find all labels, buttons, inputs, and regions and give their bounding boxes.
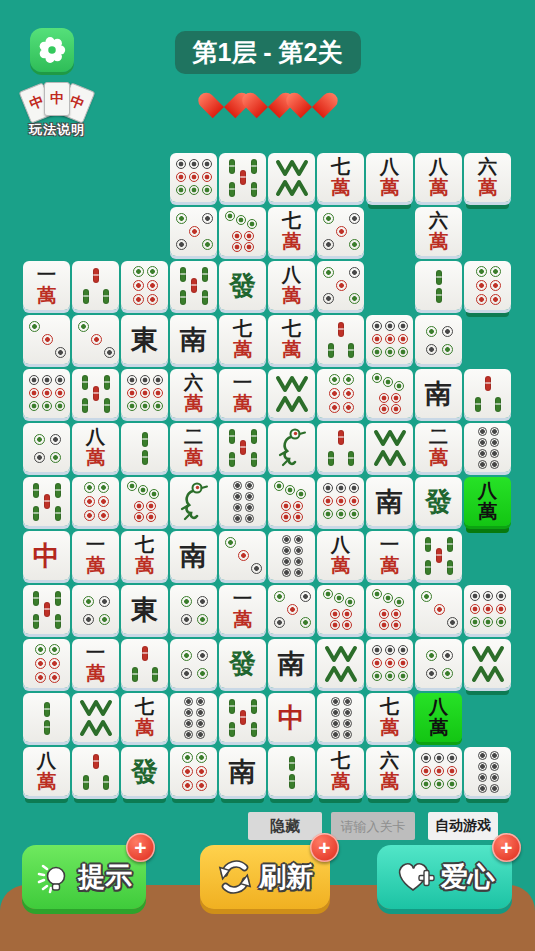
tile-7d[interactable] xyxy=(366,585,413,634)
tile-3d[interactable] xyxy=(23,315,70,364)
dot-pip xyxy=(426,668,437,679)
dot-pip xyxy=(42,375,52,385)
board-cell: 六萬 xyxy=(463,152,512,206)
tile-6w[interactable]: 六萬 xyxy=(464,153,511,202)
tile-7d[interactable] xyxy=(219,207,266,256)
board-cell: 發 xyxy=(218,638,267,692)
dot-pip xyxy=(342,620,352,630)
wan-number: 一 xyxy=(380,535,399,555)
dot-pip xyxy=(98,510,109,521)
tile-7d[interactable] xyxy=(366,369,413,418)
tile-7w[interactable]: 七萬 xyxy=(317,153,364,202)
board-cell: 南 xyxy=(365,476,414,530)
board-cell xyxy=(365,584,414,638)
dot-pip xyxy=(197,614,208,625)
tile-S[interactable]: 南 xyxy=(415,369,462,418)
tile-3b[interactable] xyxy=(72,261,119,310)
board-cell: 東 xyxy=(120,584,169,638)
bamboo-stick xyxy=(251,699,257,714)
dot-pip xyxy=(42,334,53,345)
dot-pip xyxy=(447,617,458,628)
board-cell: 六萬 xyxy=(414,206,463,260)
dot-pip xyxy=(84,496,95,507)
add-refresh-badge[interactable]: + xyxy=(310,833,339,862)
tile-8d[interactable] xyxy=(464,423,511,472)
tile-S[interactable]: 南 xyxy=(219,747,266,796)
dot-pip xyxy=(391,393,401,403)
bamboo-stick xyxy=(436,270,442,285)
dot-pip xyxy=(189,226,200,237)
tile-7w[interactable]: 七萬 xyxy=(121,531,168,580)
tile-8b[interactable] xyxy=(72,693,119,742)
wan-character: 萬 xyxy=(233,339,252,360)
refresh-button[interactable]: 刷新 + xyxy=(200,845,330,909)
dot-pip xyxy=(342,609,352,619)
tile-9d[interactable] xyxy=(415,747,462,796)
tile-4d[interactable] xyxy=(415,315,462,364)
tile-4d[interactable] xyxy=(23,423,70,472)
tile-8b[interactable] xyxy=(268,153,315,202)
life-heart-icon xyxy=(209,82,239,109)
wan-character: 萬 xyxy=(184,447,203,468)
board-cell: 二萬 xyxy=(169,422,218,476)
tile-8w[interactable]: 八萬 xyxy=(23,747,70,796)
tile-6w[interactable]: 六萬 xyxy=(415,207,462,256)
board-cell: 七萬 xyxy=(316,746,365,800)
bamboo-stick xyxy=(229,722,235,737)
dot-pip xyxy=(496,604,506,614)
dot-pip xyxy=(153,401,163,411)
tile-S[interactable]: 南 xyxy=(366,477,413,526)
board-cell xyxy=(22,314,71,368)
dot-pip xyxy=(133,294,144,305)
bamboo-stick xyxy=(33,483,39,498)
wan-character: 萬 xyxy=(282,285,301,306)
heart-plus-icon xyxy=(395,860,435,894)
board-cell: 八萬 xyxy=(267,260,316,314)
empty-cell xyxy=(365,260,414,314)
tile-8d[interactable] xyxy=(317,693,364,742)
tile-5b[interactable] xyxy=(170,261,217,310)
dot-pip xyxy=(385,321,395,331)
tile-2b[interactable] xyxy=(121,423,168,472)
honor-character: 南 xyxy=(229,754,256,790)
tile-8w[interactable]: 八萬 xyxy=(268,261,315,310)
bamboo-stick xyxy=(289,774,295,789)
tile-6d[interactable] xyxy=(317,369,364,418)
bamboo-stick xyxy=(142,646,148,661)
dot-pip xyxy=(329,402,340,413)
tile-6w[interactable]: 六萬 xyxy=(170,369,217,418)
tile-9d[interactable] xyxy=(464,585,511,634)
tile-5d[interactable] xyxy=(317,207,364,256)
dot-pip xyxy=(483,604,493,614)
dot-pip xyxy=(83,596,94,607)
tile-3b[interactable] xyxy=(317,315,364,364)
tile-S[interactable]: 南 xyxy=(170,315,217,364)
tile-8w[interactable]: 八萬 xyxy=(72,423,119,472)
tile-E[interactable]: 東 xyxy=(121,315,168,364)
wan-number: 七 xyxy=(331,157,350,177)
tile-5b[interactable] xyxy=(23,477,70,526)
bamboo-stick xyxy=(436,548,442,563)
dot-pip xyxy=(184,730,193,739)
dot-pip xyxy=(300,591,311,602)
dot-pip xyxy=(281,512,291,522)
board-cell xyxy=(169,584,218,638)
tile-5b[interactable] xyxy=(219,423,266,472)
dot-pip xyxy=(127,401,137,411)
tile-1w[interactable]: 一萬 xyxy=(219,585,266,634)
tile-5b[interactable] xyxy=(219,693,266,742)
tile-8b[interactable] xyxy=(268,369,315,418)
board-cell: 七萬 xyxy=(365,692,414,746)
tile-1w[interactable]: 一萬 xyxy=(366,531,413,580)
dot-pip xyxy=(383,377,393,387)
tile-C[interactable]: 中 xyxy=(268,693,315,742)
wan-number: 一 xyxy=(37,265,56,285)
tile-8w[interactable]: 八萬 xyxy=(317,531,364,580)
tile-2b[interactable] xyxy=(268,747,315,796)
bamboo-stick xyxy=(251,429,257,444)
dot-pip xyxy=(293,501,303,511)
dot-pip xyxy=(478,460,487,469)
how-to-play-button[interactable]: 中 中 中 玩法说明 xyxy=(12,86,102,139)
tile-9d[interactable] xyxy=(23,369,70,418)
auto-play-button[interactable]: 自动游戏 xyxy=(428,812,498,840)
tile-4d[interactable] xyxy=(415,639,462,688)
settings-button[interactable] xyxy=(30,28,74,72)
tile-6d[interactable] xyxy=(121,261,168,310)
board-cell xyxy=(218,530,267,584)
board-cell: 南 xyxy=(414,368,463,422)
tile-4d[interactable] xyxy=(170,585,217,634)
dot-pip xyxy=(476,280,487,291)
add-hint-badge[interactable]: + xyxy=(126,833,155,862)
tile-7w[interactable]: 七萬 xyxy=(366,693,413,742)
bamboo-stick xyxy=(229,182,235,197)
bamboo-stick xyxy=(55,614,61,629)
wan-character: 萬 xyxy=(478,501,497,522)
tile-3b[interactable] xyxy=(121,639,168,688)
tile-8w[interactable]: 八萬 xyxy=(415,153,462,202)
tile-7w[interactable]: 七萬 xyxy=(268,207,315,256)
wan-number: 八 xyxy=(331,535,350,555)
dot-pip xyxy=(372,321,382,331)
tile-5d[interactable] xyxy=(268,585,315,634)
dot-pip xyxy=(232,242,242,252)
tile-C[interactable]: 中 xyxy=(23,531,70,580)
wan-number: 一 xyxy=(86,535,105,555)
bamboo-stick xyxy=(328,451,334,466)
hint-button[interactable]: 提示 + xyxy=(22,845,146,909)
dot-pip xyxy=(189,185,199,195)
dot-pip xyxy=(55,347,66,358)
tile-5b[interactable] xyxy=(72,369,119,418)
board-cell xyxy=(169,638,218,692)
bamboo-stick xyxy=(104,398,110,413)
tile-4d[interactable] xyxy=(170,639,217,688)
tile-6d[interactable] xyxy=(23,639,70,688)
tile-2w[interactable]: 二萬 xyxy=(415,423,462,472)
tile-3d[interactable] xyxy=(219,531,266,580)
tile-2b[interactable] xyxy=(415,261,462,310)
dot-pip xyxy=(323,239,334,250)
bamboo-stick xyxy=(152,667,158,682)
tile-E[interactable]: 東 xyxy=(121,585,168,634)
bamboo-1-bird-icon xyxy=(176,481,212,523)
wan-number: 八 xyxy=(478,481,497,501)
wan-character: 萬 xyxy=(37,771,56,792)
wan-number: 二 xyxy=(184,427,203,447)
tile-3b[interactable] xyxy=(464,369,511,418)
dot-pip xyxy=(189,159,199,169)
dot-pip xyxy=(391,620,401,630)
board-cell xyxy=(22,476,71,530)
board-cell xyxy=(120,638,169,692)
tile-6w[interactable]: 六萬 xyxy=(366,747,413,796)
honor-character: 東 xyxy=(131,322,158,358)
bamboo-stick xyxy=(475,397,481,412)
dot-pip xyxy=(196,719,205,728)
tile-F[interactable]: 發 xyxy=(415,477,462,526)
dot-pip xyxy=(398,321,408,331)
wan-character: 萬 xyxy=(86,555,105,576)
board-cell: 發 xyxy=(414,476,463,530)
board-cell xyxy=(316,206,365,260)
tile-3d[interactable] xyxy=(72,315,119,364)
bamboo-stick xyxy=(229,159,235,174)
wan-character: 萬 xyxy=(380,177,399,198)
dot-pip xyxy=(196,766,207,777)
board-cell: 中 xyxy=(267,692,316,746)
tile-8d[interactable] xyxy=(464,747,511,796)
dot-pip xyxy=(98,482,109,493)
dot-pip xyxy=(274,617,285,628)
board-cell xyxy=(267,746,316,800)
dot-pip xyxy=(343,697,352,706)
board-cell xyxy=(365,368,414,422)
dot-pip xyxy=(184,708,193,717)
tile-9d[interactable] xyxy=(317,477,364,526)
tile-F[interactable]: 發 xyxy=(219,639,266,688)
board-cell xyxy=(267,530,316,584)
dot-pip xyxy=(42,388,52,398)
tile-1b[interactable] xyxy=(170,477,217,526)
tile-9d[interactable] xyxy=(366,315,413,364)
bamboo-8-icon xyxy=(273,373,311,415)
dot-pip xyxy=(176,213,187,224)
tile-6d[interactable] xyxy=(464,261,511,310)
dot-pip xyxy=(236,215,246,225)
wan-number: 八 xyxy=(380,157,399,177)
bamboo-stick xyxy=(338,322,344,337)
board-cell xyxy=(120,476,169,530)
tile-F[interactable]: 發 xyxy=(121,747,168,796)
dot-pip xyxy=(385,334,395,344)
dot-pip xyxy=(490,784,499,793)
dot-pip xyxy=(196,752,207,763)
tile-5d[interactable] xyxy=(317,261,364,310)
dot-pip xyxy=(294,557,303,566)
tile-8w[interactable]: 八萬 xyxy=(366,153,413,202)
tile-8w[interactable]: 八萬 xyxy=(415,693,462,742)
dot-pip xyxy=(490,460,499,469)
dot-pip xyxy=(99,596,110,607)
tile-2b[interactable] xyxy=(23,693,70,742)
tile-1w[interactable]: 一萬 xyxy=(72,639,119,688)
tile-3b[interactable] xyxy=(72,747,119,796)
tile-5b[interactable] xyxy=(415,531,462,580)
level-title: 第1层 - 第2关 xyxy=(174,31,360,74)
tile-8d[interactable] xyxy=(170,693,217,742)
tile-6d[interactable] xyxy=(72,477,119,526)
board-cell xyxy=(71,746,120,800)
dot-pip xyxy=(293,512,303,522)
tile-S[interactable]: 南 xyxy=(268,639,315,688)
board-cell xyxy=(22,692,71,746)
board-cell: 東 xyxy=(120,314,169,368)
dot-pip xyxy=(478,427,487,436)
tile-8d[interactable] xyxy=(268,531,315,580)
tile-1b[interactable] xyxy=(268,423,315,472)
dot-pip xyxy=(496,617,506,627)
dot-pip xyxy=(331,730,340,739)
tile-9d[interactable] xyxy=(366,639,413,688)
tile-7d[interactable] xyxy=(121,477,168,526)
tile-S[interactable]: 南 xyxy=(170,531,217,580)
board-cell xyxy=(414,584,463,638)
refresh-icon xyxy=(217,859,253,895)
tile-2w[interactable]: 二萬 xyxy=(170,423,217,472)
dot-pip xyxy=(287,604,298,615)
wan-number: 六 xyxy=(478,157,497,177)
wan-character: 萬 xyxy=(331,771,350,792)
honor-character: 南 xyxy=(278,646,305,682)
dot-pip xyxy=(398,658,408,668)
help-cards-icon: 中 中 中 xyxy=(12,86,102,120)
honor-character: 發 xyxy=(229,268,256,304)
dot-pip xyxy=(330,620,340,630)
tile-5b[interactable] xyxy=(219,153,266,202)
dot-pip xyxy=(323,589,333,599)
dot-pip xyxy=(182,766,193,777)
bamboo-8-icon xyxy=(77,697,115,739)
board-cell xyxy=(414,314,463,368)
tile-7w[interactable]: 七萬 xyxy=(219,315,266,364)
hide-button[interactable]: 隐藏 xyxy=(248,812,322,840)
level-input[interactable] xyxy=(331,812,415,840)
dot-pip xyxy=(434,753,444,763)
dot-pip xyxy=(470,591,480,601)
board-cell xyxy=(120,260,169,314)
tile-9d[interactable] xyxy=(170,153,217,202)
dot-pip xyxy=(349,267,360,278)
bamboo-stick xyxy=(202,290,208,305)
bamboo-stick xyxy=(104,375,110,390)
board-cell xyxy=(71,260,120,314)
life-heart-icon xyxy=(253,82,283,109)
tile-1w[interactable]: 一萬 xyxy=(23,261,70,310)
tile-8b[interactable] xyxy=(317,639,364,688)
wan-number: 八 xyxy=(282,265,301,285)
dot-pip xyxy=(349,293,360,304)
board-cell xyxy=(218,422,267,476)
board-cell xyxy=(316,260,365,314)
dot-pip xyxy=(470,617,480,627)
dot-pip xyxy=(331,697,340,706)
dot-pip xyxy=(434,766,444,776)
wan-number: 六 xyxy=(184,373,203,393)
tile-8w[interactable]: 八萬 xyxy=(464,477,511,526)
wan-character: 萬 xyxy=(380,771,399,792)
dot-pip xyxy=(421,753,431,763)
tile-3d[interactable] xyxy=(415,585,462,634)
bamboo-stick xyxy=(44,702,50,717)
dot-pip xyxy=(282,557,291,566)
bamboo-stick xyxy=(180,290,186,305)
tile-7w[interactable]: 七萬 xyxy=(317,747,364,796)
tile-7w[interactable]: 七萬 xyxy=(121,693,168,742)
tile-8d[interactable] xyxy=(219,477,266,526)
tile-6d[interactable] xyxy=(170,747,217,796)
add-love-badge[interactable]: + xyxy=(492,833,521,862)
tile-F[interactable]: 發 xyxy=(219,261,266,310)
dot-pip xyxy=(134,501,144,511)
dot-pip xyxy=(398,347,408,357)
wan-number: 一 xyxy=(233,373,252,393)
tile-7d[interactable] xyxy=(317,585,364,634)
add-hearts-button[interactable]: 爱心 + xyxy=(377,845,512,909)
bamboo-stick xyxy=(83,289,89,304)
dot-pip xyxy=(189,172,199,182)
board-cell xyxy=(71,584,120,638)
tile-9d[interactable] xyxy=(121,369,168,418)
tile-7w[interactable]: 七萬 xyxy=(268,315,315,364)
wan-character: 萬 xyxy=(478,177,497,198)
dot-pip xyxy=(233,492,242,501)
dot-pip xyxy=(281,501,291,511)
bamboo-8-icon xyxy=(371,427,409,469)
tile-3b[interactable] xyxy=(317,423,364,472)
bamboo-stick xyxy=(44,494,50,509)
board-cell: 南 xyxy=(218,746,267,800)
board-cell: 八萬 xyxy=(414,152,463,206)
board-cell xyxy=(120,422,169,476)
dot-pip xyxy=(398,334,408,344)
tile-4d[interactable] xyxy=(72,585,119,634)
dot-pip xyxy=(181,650,192,661)
tile-8b[interactable] xyxy=(464,639,511,688)
dot-pip xyxy=(394,597,404,607)
tile-5b[interactable] xyxy=(23,585,70,634)
dot-pip xyxy=(398,645,408,655)
dot-pip xyxy=(349,496,359,506)
tile-8b[interactable] xyxy=(366,423,413,472)
bamboo-stick xyxy=(82,375,88,390)
bamboo-stick xyxy=(348,451,354,466)
board-cell xyxy=(120,368,169,422)
tile-1w[interactable]: 一萬 xyxy=(72,531,119,580)
bamboo-stick xyxy=(93,268,99,283)
tile-5d[interactable] xyxy=(170,207,217,256)
board-cell xyxy=(267,584,316,638)
dot-pip xyxy=(442,326,453,337)
dot-pip xyxy=(35,672,46,683)
board-cell xyxy=(22,638,71,692)
tile-1w[interactable]: 一萬 xyxy=(219,369,266,418)
tile-7d[interactable] xyxy=(268,477,315,526)
